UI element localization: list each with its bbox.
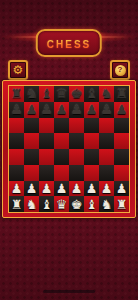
- square-g1[interactable]: ♞: [99, 196, 114, 212]
- square-b5[interactable]: [24, 133, 39, 149]
- square-f6[interactable]: [84, 118, 99, 134]
- square-g8[interactable]: ♞: [99, 86, 114, 102]
- piece-black-pawn: ♟: [71, 103, 83, 116]
- square-a4[interactable]: [9, 149, 24, 165]
- square-c1[interactable]: ♝: [39, 196, 54, 212]
- square-f7[interactable]: ♟: [84, 102, 99, 118]
- square-c6[interactable]: [39, 118, 54, 134]
- square-e6[interactable]: [69, 118, 84, 134]
- square-b1[interactable]: ♞: [24, 196, 39, 212]
- piece-white-rook: ♜: [11, 197, 23, 210]
- piece-white-rook: ♜: [116, 197, 128, 210]
- square-a5[interactable]: [9, 133, 24, 149]
- square-d5[interactable]: [54, 133, 69, 149]
- piece-black-rook: ♜: [11, 87, 23, 100]
- piece-black-king: ♚: [71, 87, 83, 100]
- square-d6[interactable]: [54, 118, 69, 134]
- square-g3[interactable]: [99, 165, 114, 181]
- piece-white-pawn: ♟: [71, 181, 83, 194]
- square-g4[interactable]: [99, 149, 114, 165]
- square-c7[interactable]: ♟: [39, 102, 54, 118]
- home-indicator[interactable]: [43, 290, 95, 293]
- square-c5[interactable]: [39, 133, 54, 149]
- piece-white-pawn: ♟: [56, 181, 68, 194]
- help-button[interactable]: ?: [110, 60, 130, 80]
- square-g2[interactable]: ♟: [99, 181, 114, 197]
- help-coin-icon: ?: [115, 65, 126, 76]
- square-c4[interactable]: [39, 149, 54, 165]
- square-d8[interactable]: ♛: [54, 86, 69, 102]
- square-b7[interactable]: ♟: [24, 102, 39, 118]
- square-h6[interactable]: [114, 118, 129, 134]
- square-h3[interactable]: [114, 165, 129, 181]
- piece-black-bishop: ♝: [86, 87, 98, 100]
- piece-black-pawn: ♟: [56, 103, 68, 116]
- piece-white-pawn: ♟: [116, 181, 128, 194]
- piece-black-pawn: ♟: [86, 103, 98, 116]
- piece-white-knight: ♞: [101, 197, 113, 210]
- square-d4[interactable]: [54, 149, 69, 165]
- square-a7[interactable]: ♟: [9, 102, 24, 118]
- square-f1[interactable]: ♝: [84, 196, 99, 212]
- square-g7[interactable]: ♟: [99, 102, 114, 118]
- square-a2[interactable]: ♟: [9, 181, 24, 197]
- piece-black-rook: ♜: [116, 87, 128, 100]
- piece-white-pawn: ♟: [86, 181, 98, 194]
- square-e2[interactable]: ♟: [69, 181, 84, 197]
- piece-white-bishop: ♝: [41, 197, 53, 210]
- piece-black-pawn: ♟: [101, 103, 113, 116]
- square-b8[interactable]: ♞: [24, 86, 39, 102]
- square-g5[interactable]: [99, 133, 114, 149]
- piece-white-knight: ♞: [26, 197, 38, 210]
- square-f4[interactable]: [84, 149, 99, 165]
- square-b4[interactable]: [24, 149, 39, 165]
- square-f2[interactable]: ♟: [84, 181, 99, 197]
- square-e5[interactable]: [69, 133, 84, 149]
- square-b3[interactable]: [24, 165, 39, 181]
- square-h8[interactable]: ♜: [114, 86, 129, 102]
- square-h4[interactable]: [114, 149, 129, 165]
- square-e1[interactable]: ♚: [69, 196, 84, 212]
- square-b6[interactable]: [24, 118, 39, 134]
- piece-black-pawn: ♟: [116, 103, 128, 116]
- chess-app-screen: CHESS ⚙ ? ♜♞♝♛♚♝♞♜♟♟♟♟♟♟♟♟♟♟♟♟♟♟♟♟♜♞♝♛♚♝…: [0, 0, 138, 300]
- square-e3[interactable]: [69, 165, 84, 181]
- piece-black-bishop: ♝: [41, 87, 53, 100]
- piece-black-pawn: ♟: [11, 103, 23, 116]
- piece-white-pawn: ♟: [11, 181, 23, 194]
- square-a6[interactable]: [9, 118, 24, 134]
- square-e4[interactable]: [69, 149, 84, 165]
- square-e7[interactable]: ♟: [69, 102, 84, 118]
- piece-black-knight: ♞: [26, 87, 38, 100]
- piece-black-knight: ♞: [101, 87, 113, 100]
- square-d7[interactable]: ♟: [54, 102, 69, 118]
- piece-white-king: ♚: [71, 197, 83, 210]
- square-c8[interactable]: ♝: [39, 86, 54, 102]
- settings-button[interactable]: ⚙: [8, 60, 28, 80]
- piece-black-queen: ♛: [56, 87, 68, 100]
- piece-white-bishop: ♝: [86, 197, 98, 210]
- square-f8[interactable]: ♝: [84, 86, 99, 102]
- piece-black-pawn: ♟: [26, 103, 38, 116]
- square-h5[interactable]: [114, 133, 129, 149]
- square-c2[interactable]: ♟: [39, 181, 54, 197]
- board: ♜♞♝♛♚♝♞♜♟♟♟♟♟♟♟♟♟♟♟♟♟♟♟♟♜♞♝♛♚♝♞♜: [8, 85, 130, 213]
- toolbar: ⚙ ?: [0, 60, 138, 80]
- piece-black-pawn: ♟: [41, 103, 53, 116]
- square-h1[interactable]: ♜: [114, 196, 129, 212]
- piece-white-pawn: ♟: [101, 181, 113, 194]
- square-h7[interactable]: ♟: [114, 102, 129, 118]
- square-c3[interactable]: [39, 165, 54, 181]
- piece-white-queen: ♛: [56, 197, 68, 210]
- square-f3[interactable]: [84, 165, 99, 181]
- square-d2[interactable]: ♟: [54, 181, 69, 197]
- page-title-badge: CHESS: [36, 29, 102, 57]
- square-a1[interactable]: ♜: [9, 196, 24, 212]
- square-d3[interactable]: [54, 165, 69, 181]
- square-a8[interactable]: ♜: [9, 86, 24, 102]
- piece-white-pawn: ♟: [41, 181, 53, 194]
- square-f5[interactable]: [84, 133, 99, 149]
- square-b2[interactable]: ♟: [24, 181, 39, 197]
- board-frame: ♜♞♝♛♚♝♞♜♟♟♟♟♟♟♟♟♟♟♟♟♟♟♟♟♜♞♝♛♚♝♞♜: [2, 80, 136, 218]
- square-g6[interactable]: [99, 118, 114, 134]
- square-d1[interactable]: ♛: [54, 196, 69, 212]
- square-e8[interactable]: ♚: [69, 86, 84, 102]
- square-a3[interactable]: [9, 165, 24, 181]
- page-title: CHESS: [47, 39, 91, 50]
- piece-white-pawn: ♟: [26, 181, 38, 194]
- square-h2[interactable]: ♟: [114, 181, 129, 197]
- gear-icon: ⚙: [13, 64, 24, 76]
